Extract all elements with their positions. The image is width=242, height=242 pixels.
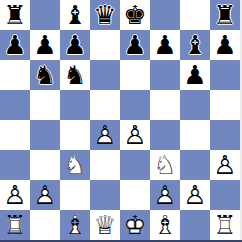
- square-h2[interactable]: [210, 180, 240, 210]
- square-c7[interactable]: ♟: [60, 30, 90, 60]
- square-c8[interactable]: ♝: [60, 0, 90, 30]
- square-a2[interactable]: ♟♙: [0, 180, 30, 210]
- black-pawn-piece: ♟: [180, 60, 210, 90]
- square-f8[interactable]: [150, 0, 180, 30]
- square-f7[interactable]: ♟: [150, 30, 180, 60]
- square-f4[interactable]: [150, 120, 180, 150]
- square-a5[interactable]: [0, 90, 30, 120]
- black-queen-piece: ♛: [90, 0, 120, 30]
- white-pawn-piece: ♟♙: [90, 120, 120, 150]
- square-d5[interactable]: [90, 90, 120, 120]
- square-b1[interactable]: [30, 210, 60, 240]
- square-b4[interactable]: [30, 120, 60, 150]
- square-d8[interactable]: ♛: [90, 0, 120, 30]
- square-c3[interactable]: ♞♘: [60, 150, 90, 180]
- white-pawn-piece: ♟♙: [0, 180, 30, 210]
- black-bishop-piece: ♝: [60, 0, 90, 30]
- square-b7[interactable]: ♟: [30, 30, 60, 60]
- square-c2[interactable]: [60, 180, 90, 210]
- white-pawn-piece: ♟♙: [150, 180, 180, 210]
- square-f3[interactable]: ♞♘: [150, 150, 180, 180]
- square-g7[interactable]: ♝: [180, 30, 210, 60]
- black-pawn-piece: ♟: [150, 30, 180, 60]
- square-c4[interactable]: [60, 120, 90, 150]
- board-right-edge: [240, 0, 242, 242]
- square-h8[interactable]: ♜: [210, 0, 240, 30]
- square-f6[interactable]: [150, 60, 180, 90]
- black-knight-piece: ♞: [30, 60, 60, 90]
- square-g8[interactable]: [180, 0, 210, 30]
- black-pawn-piece: ♟: [210, 30, 240, 60]
- black-knight-piece: ♞: [60, 60, 90, 90]
- square-g4[interactable]: [180, 120, 210, 150]
- white-king-piece: ♚♔: [120, 210, 150, 240]
- black-pawn-piece: ♟: [30, 30, 60, 60]
- square-h5[interactable]: [210, 90, 240, 120]
- square-a1[interactable]: ♜♖: [0, 210, 30, 240]
- white-queen-piece: ♛♕: [90, 210, 120, 240]
- square-d7[interactable]: [90, 30, 120, 60]
- white-pawn-piece: ♟♙: [180, 180, 210, 210]
- black-rook-piece: ♜: [210, 0, 240, 30]
- black-pawn-piece: ♟: [120, 30, 150, 60]
- square-e4[interactable]: ♟♙: [120, 120, 150, 150]
- chess-widget: ♜♝♛♚♜♟♟♟♟♟♝♟♞♞♟♟♙♟♙♞♘♞♘♟♙♟♙♟♙♟♙♟♙♜♖♝♗♛♕♚…: [0, 0, 242, 242]
- white-rook-piece: ♜♖: [0, 210, 30, 240]
- square-e1[interactable]: ♚♔: [120, 210, 150, 240]
- square-a8[interactable]: ♜: [0, 0, 30, 30]
- square-b2[interactable]: ♟♙: [30, 180, 60, 210]
- square-e8[interactable]: ♚: [120, 0, 150, 30]
- black-pawn-piece: ♟: [60, 30, 90, 60]
- black-bishop-piece: ♝: [180, 30, 210, 60]
- square-h1[interactable]: ♜♖: [210, 210, 240, 240]
- square-a4[interactable]: [0, 120, 30, 150]
- square-g3[interactable]: [180, 150, 210, 180]
- square-h6[interactable]: [210, 60, 240, 90]
- chess-board: ♜♝♛♚♜♟♟♟♟♟♝♟♞♞♟♟♙♟♙♞♘♞♘♟♙♟♙♟♙♟♙♟♙♜♖♝♗♛♕♚…: [0, 0, 240, 240]
- square-c5[interactable]: [60, 90, 90, 120]
- square-g5[interactable]: [180, 90, 210, 120]
- square-d4[interactable]: ♟♙: [90, 120, 120, 150]
- white-knight-piece: ♞♘: [150, 150, 180, 180]
- white-rook-piece: ♜♖: [210, 210, 240, 240]
- square-e3[interactable]: [120, 150, 150, 180]
- black-pawn-piece: ♟: [0, 30, 30, 60]
- white-knight-piece: ♞♘: [60, 150, 90, 180]
- white-bishop-piece: ♝♗: [150, 210, 180, 240]
- square-b8[interactable]: [30, 0, 60, 30]
- square-f2[interactable]: ♟♙: [150, 180, 180, 210]
- white-pawn-piece: ♟♙: [210, 150, 240, 180]
- black-rook-piece: ♜: [0, 0, 30, 30]
- square-f1[interactable]: ♝♗: [150, 210, 180, 240]
- square-e5[interactable]: [120, 90, 150, 120]
- square-h3[interactable]: ♟♙: [210, 150, 240, 180]
- square-h7[interactable]: ♟: [210, 30, 240, 60]
- square-c6[interactable]: ♞: [60, 60, 90, 90]
- square-a7[interactable]: ♟: [0, 30, 30, 60]
- square-b3[interactable]: [30, 150, 60, 180]
- white-pawn-piece: ♟♙: [30, 180, 60, 210]
- square-f5[interactable]: [150, 90, 180, 120]
- square-g1[interactable]: [180, 210, 210, 240]
- square-d1[interactable]: ♛♕: [90, 210, 120, 240]
- square-a3[interactable]: [0, 150, 30, 180]
- square-e6[interactable]: [120, 60, 150, 90]
- square-c1[interactable]: ♝♗: [60, 210, 90, 240]
- square-d6[interactable]: [90, 60, 120, 90]
- square-b5[interactable]: [30, 90, 60, 120]
- square-g6[interactable]: ♟: [180, 60, 210, 90]
- black-king-piece: ♚: [120, 0, 150, 30]
- square-b6[interactable]: ♞: [30, 60, 60, 90]
- square-a6[interactable]: [0, 60, 30, 90]
- square-d3[interactable]: [90, 150, 120, 180]
- square-d2[interactable]: [90, 180, 120, 210]
- white-pawn-piece: ♟♙: [120, 120, 150, 150]
- square-h4[interactable]: [210, 120, 240, 150]
- square-e2[interactable]: [120, 180, 150, 210]
- square-g2[interactable]: ♟♙: [180, 180, 210, 210]
- square-e7[interactable]: ♟: [120, 30, 150, 60]
- white-bishop-piece: ♝♗: [60, 210, 90, 240]
